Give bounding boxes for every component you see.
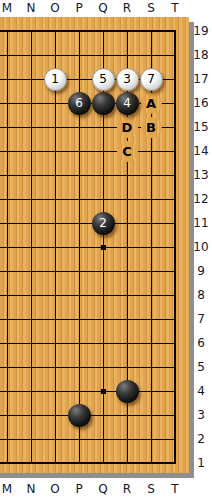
- column-label-top-S: S: [142, 1, 160, 15]
- row-label-19: 19: [191, 23, 211, 39]
- stone-black-Q11-move-2[interactable]: 2: [92, 212, 115, 235]
- grid-line-row-5: [0, 367, 176, 368]
- grid-line-col-M: [7, 30, 8, 464]
- row-label-14: 14: [191, 143, 211, 159]
- column-label-top-O: O: [46, 1, 64, 15]
- column-label-bottom-N: N: [22, 482, 40, 496]
- column-label-top-R: R: [118, 1, 136, 15]
- grid-line-row-12: [0, 199, 176, 200]
- row-label-1: 1: [191, 455, 211, 471]
- row-label-4: 4: [191, 383, 211, 399]
- grid-line-row-14: [0, 151, 176, 152]
- stone-white-S17-move-7[interactable]: 7: [140, 68, 163, 91]
- row-label-8: 8: [191, 287, 211, 303]
- star-point-icon-Q10: [101, 245, 106, 250]
- board-shadow-bottom: [0, 473, 194, 478]
- grid-line-col-N: [31, 30, 32, 464]
- row-label-17: 17: [191, 71, 211, 87]
- row-label-18: 18: [191, 47, 211, 63]
- marker-D[interactable]: D: [117, 117, 138, 138]
- column-label-top-M: M: [0, 1, 16, 15]
- stone-black-P3[interactable]: [68, 404, 91, 427]
- row-label-7: 7: [191, 311, 211, 327]
- row-label-2: 2: [191, 431, 211, 447]
- column-label-top-Q: Q: [94, 1, 112, 15]
- row-label-5: 5: [191, 359, 211, 375]
- grid-line-row-18: [0, 55, 176, 56]
- row-label-16: 16: [191, 95, 211, 111]
- marker-A[interactable]: A: [141, 93, 162, 114]
- grid-line-row-7: [0, 319, 176, 320]
- grid-line-col-O: [55, 30, 56, 464]
- column-label-bottom-T: T: [166, 482, 184, 496]
- column-label-bottom-S: S: [142, 482, 160, 496]
- row-label-10: 10: [191, 239, 211, 255]
- grid-line-row-11: [0, 223, 176, 224]
- stone-black-R4[interactable]: [116, 380, 139, 403]
- column-label-bottom-M: M: [0, 482, 16, 496]
- row-label-3: 3: [191, 407, 211, 423]
- row-label-12: 12: [191, 191, 211, 207]
- grid-line-row-1: [0, 462, 176, 464]
- grid-line-row-19: [0, 30, 176, 32]
- grid-line-row-9: [0, 271, 176, 272]
- grid-line-row-8: [0, 295, 176, 296]
- column-label-top-N: N: [22, 1, 40, 15]
- stone-black-R16-move-4[interactable]: 4: [116, 92, 139, 115]
- column-label-top-T: T: [166, 1, 184, 15]
- stone-black-Q16[interactable]: [92, 92, 115, 115]
- column-label-top-P: P: [70, 1, 88, 15]
- star-point-icon-Q4: [101, 389, 106, 394]
- row-label-9: 9: [191, 263, 211, 279]
- row-label-11: 11: [191, 215, 211, 231]
- grid-line-row-13: [0, 175, 176, 176]
- stone-white-O17-move-1[interactable]: 1: [44, 68, 67, 91]
- column-label-bottom-O: O: [46, 482, 64, 496]
- marker-B[interactable]: B: [141, 117, 162, 138]
- grid-line-row-6: [0, 343, 176, 344]
- row-label-6: 6: [191, 335, 211, 351]
- go-diagram: ABCD1234567MMNNOOPPQQRRSSTT1918171615141…: [0, 0, 212, 500]
- stone-white-Q17-move-5[interactable]: 5: [92, 68, 115, 91]
- row-label-13: 13: [191, 167, 211, 183]
- grid-line-row-2: [0, 439, 176, 440]
- marker-C[interactable]: C: [117, 141, 138, 162]
- grid-line-row-4: [0, 391, 176, 392]
- stone-black-P16-move-6[interactable]: 6: [68, 92, 91, 115]
- grid-line-row-10: [0, 247, 176, 248]
- column-label-bottom-Q: Q: [94, 482, 112, 496]
- stone-white-R17-move-3[interactable]: 3: [116, 68, 139, 91]
- column-label-bottom-P: P: [70, 482, 88, 496]
- grid-line-col-T: [174, 30, 176, 464]
- column-label-bottom-R: R: [118, 482, 136, 496]
- row-label-15: 15: [191, 119, 211, 135]
